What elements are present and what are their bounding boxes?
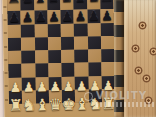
- square-a7: ♟: [7, 11, 20, 24]
- square-a1: ♜: [9, 90, 22, 103]
- piece-black-queen: ♛: [46, 0, 61, 5]
- square-h2: ♟: [101, 76, 114, 89]
- square-f7: ♟: [74, 10, 87, 23]
- square-a5: [8, 37, 21, 50]
- square-e6: [61, 23, 74, 36]
- wood-knot: [131, 44, 140, 53]
- square-b7: ♟: [21, 11, 34, 24]
- piece-black-pawn: ♟: [48, 9, 60, 22]
- piece-black-rook: ♜: [7, 0, 22, 6]
- square-g8: ♞: [87, 0, 100, 10]
- square-b2: ♟: [22, 77, 35, 90]
- square-c6: [34, 24, 47, 37]
- square-g3: [88, 63, 101, 76]
- square-e7: ♟: [60, 10, 73, 23]
- square-h3: [101, 62, 114, 75]
- piece-black-knight: ♞: [86, 0, 101, 5]
- square-e2: ♟: [62, 76, 75, 89]
- square-f4: [74, 50, 87, 63]
- square-d7: ♟: [47, 10, 60, 23]
- piece-black-bishop: ♝: [73, 0, 88, 5]
- square-c1: ♝: [35, 90, 48, 103]
- square-g7: ♟: [87, 10, 100, 23]
- square-c4: [35, 50, 48, 63]
- piece-black-bishop: ♝: [33, 0, 48, 6]
- square-g6: [87, 23, 100, 36]
- square-h8: ♜: [100, 0, 113, 10]
- square-a4: [8, 51, 21, 64]
- square-g5: [87, 36, 100, 49]
- piece-white-queen: ♛: [48, 97, 63, 113]
- piece-black-pawn: ♟: [74, 9, 86, 22]
- square-b3: [22, 64, 35, 77]
- square-c2: ♟: [35, 77, 48, 90]
- square-a2: ♟: [9, 77, 22, 90]
- square-f5: [74, 36, 87, 49]
- square-e8: ♚: [60, 0, 73, 10]
- piece-black-pawn: ♟: [22, 10, 34, 23]
- piece-white-rook: ♜: [8, 98, 23, 114]
- square-d2: ♟: [48, 76, 61, 89]
- wood-knot: [142, 74, 151, 83]
- square-b1: ♞: [22, 90, 35, 103]
- square-c8: ♝: [34, 0, 47, 11]
- square-b5: [21, 37, 34, 50]
- square-f6: [74, 23, 87, 36]
- square-a3: [8, 64, 21, 77]
- square-h5: [101, 36, 114, 49]
- square-h7: ♟: [100, 9, 113, 22]
- square-d8: ♛: [47, 0, 60, 10]
- square-d5: [48, 37, 61, 50]
- piece-black-pawn: ♟: [35, 10, 47, 23]
- chess-board: ♜♞♝♛♚♝♞♜♟♟♟♟♟♟♟♟♟♟♟♟♟♟♟♟♜♞♝♛♚♝♞♜: [7, 0, 115, 104]
- piece-white-knight: ♞: [22, 97, 37, 113]
- square-b6: [21, 24, 34, 37]
- square-c3: [35, 63, 48, 76]
- square-h4: [101, 49, 114, 62]
- wood-knot: [149, 47, 156, 56]
- square-d4: [48, 50, 61, 63]
- piece-black-pawn: ♟: [8, 10, 20, 23]
- square-e5: [61, 36, 74, 49]
- piece-black-rook: ♜: [99, 0, 114, 5]
- chess-set-photo: ♜♞♝♛♚♝♞♜♟♟♟♟♟♟♟♟♟♟♟♟♟♟♟♟♜♞♝♛♚♝♞♜ VIOLITY: [0, 0, 156, 117]
- square-c5: [34, 37, 47, 50]
- wood-knot: [138, 21, 147, 30]
- square-f3: [75, 63, 88, 76]
- piece-black-king: ♚: [60, 0, 75, 5]
- square-f8: ♝: [73, 0, 86, 10]
- square-f2: ♟: [75, 76, 88, 89]
- piece-white-bishop: ♝: [35, 97, 50, 113]
- square-b8: ♞: [20, 0, 33, 11]
- piece-black-pawn: ♟: [101, 9, 113, 22]
- piece-white-king: ♚: [61, 97, 76, 113]
- square-a8: ♜: [7, 0, 20, 11]
- piece-black-pawn: ♟: [88, 9, 100, 22]
- square-a6: [8, 24, 21, 37]
- square-d6: [47, 23, 60, 36]
- watermark-subtext-blur: [96, 102, 154, 107]
- square-b4: [21, 50, 34, 63]
- square-d3: [48, 63, 61, 76]
- square-e3: [61, 63, 74, 76]
- square-e4: [61, 50, 74, 63]
- square-d1: ♛: [49, 90, 62, 103]
- square-g2: ♟: [88, 76, 101, 89]
- piece-black-pawn: ♟: [61, 9, 73, 22]
- wood-knot: [134, 66, 143, 75]
- square-c7: ♟: [34, 10, 47, 23]
- watermark-logo-icon: [84, 92, 93, 101]
- square-g4: [88, 49, 101, 62]
- piece-black-knight: ♞: [20, 0, 35, 6]
- watermark-text: VIOLITY: [96, 90, 147, 101]
- square-e1: ♚: [62, 89, 75, 102]
- square-h6: [100, 23, 113, 36]
